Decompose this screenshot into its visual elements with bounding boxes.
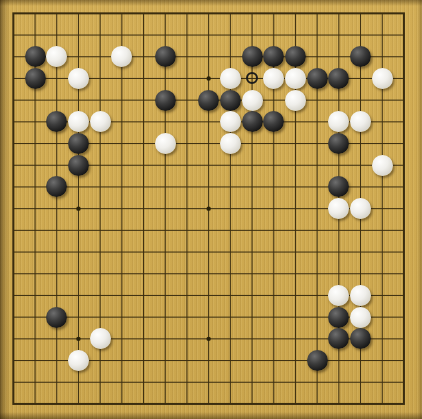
go-board[interactable] — [0, 0, 422, 419]
white-stone — [263, 68, 284, 89]
black-stone — [25, 46, 46, 67]
black-stone — [263, 46, 284, 67]
black-stone — [350, 328, 371, 349]
white-stone — [372, 155, 393, 176]
black-stone — [285, 46, 306, 67]
circle-marker — [246, 72, 258, 84]
white-stone — [68, 68, 89, 89]
black-stone — [263, 111, 284, 132]
black-stone — [68, 155, 89, 176]
black-stone — [46, 307, 67, 328]
white-stone — [350, 198, 371, 219]
black-stone — [155, 46, 176, 67]
white-stone — [372, 68, 393, 89]
black-stone — [198, 90, 219, 111]
white-stone — [220, 68, 241, 89]
white-stone — [111, 46, 132, 67]
black-stone — [68, 133, 89, 154]
white-stone — [155, 133, 176, 154]
white-stone — [220, 133, 241, 154]
white-stone — [328, 111, 349, 132]
black-stone — [25, 68, 46, 89]
black-stone — [220, 90, 241, 111]
white-stone — [285, 90, 306, 111]
black-stone — [242, 46, 263, 67]
white-stone — [90, 328, 111, 349]
white-stone — [350, 307, 371, 328]
black-stone — [350, 46, 371, 67]
black-stone — [328, 328, 349, 349]
black-stone — [328, 133, 349, 154]
white-stone — [46, 46, 67, 67]
black-stone — [155, 90, 176, 111]
white-stone — [328, 198, 349, 219]
white-stone — [90, 111, 111, 132]
white-stone — [68, 350, 89, 371]
white-stone — [350, 285, 371, 306]
black-stone — [46, 176, 67, 197]
white-stone — [242, 90, 263, 111]
white-stone — [68, 111, 89, 132]
black-stone — [307, 68, 328, 89]
board-frame — [0, 0, 422, 419]
white-stone — [328, 285, 349, 306]
black-stone — [242, 111, 263, 132]
black-stone — [46, 111, 67, 132]
black-stone — [328, 68, 349, 89]
white-stone — [350, 111, 371, 132]
black-stone — [328, 176, 349, 197]
white-stone — [220, 111, 241, 132]
black-stone — [328, 307, 349, 328]
black-stone — [307, 350, 328, 371]
white-stone — [285, 68, 306, 89]
